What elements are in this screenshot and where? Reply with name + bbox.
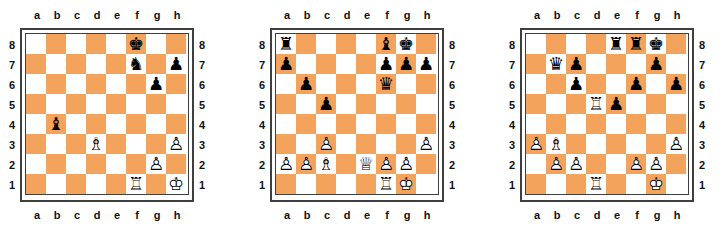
square-f5 <box>626 94 646 114</box>
square-c4 <box>66 114 86 134</box>
file-label-c: c <box>67 9 87 21</box>
square-a5 <box>526 94 546 114</box>
file-label-b: b <box>297 209 317 221</box>
chess-diagram-2: abcdefgh 87654321 ♜♝♚♟♟♟♟♟♛♟♟♙♟♙♟♙♟♙♝♗♛♕… <box>254 2 460 228</box>
rank-label-8: 8 <box>254 39 270 51</box>
file-label-b: b <box>47 209 67 221</box>
square-a6 <box>26 74 46 94</box>
square-d8 <box>586 34 606 54</box>
square-b2: ♟♙ <box>296 154 316 174</box>
square-d5: ♜♖ <box>586 94 606 114</box>
square-c8 <box>316 34 336 54</box>
square-f6: ♟ <box>626 74 646 94</box>
rank-label-3: 3 <box>694 139 710 151</box>
file-label-h: h <box>167 9 187 21</box>
file-label-a: a <box>27 9 47 21</box>
rank-labels-right: 87654321 <box>444 28 460 202</box>
white-king: ♚♔ <box>166 174 186 194</box>
square-e2: ♛♕ <box>356 154 376 174</box>
square-a7 <box>26 54 46 74</box>
square-b5 <box>46 94 66 114</box>
file-label-h: h <box>667 9 687 21</box>
square-f1: ♜♖ <box>126 174 146 194</box>
square-g4 <box>146 114 166 134</box>
square-h1: ♚♔ <box>166 174 186 194</box>
rank-label-6: 6 <box>194 79 210 91</box>
black-rook: ♜ <box>626 34 646 54</box>
file-label-f: f <box>127 9 147 21</box>
square-g1: ♚♔ <box>646 174 666 194</box>
rank-label-1: 1 <box>4 179 20 191</box>
square-b3 <box>296 134 316 154</box>
square-c4 <box>316 114 336 134</box>
file-label-a: a <box>527 209 547 221</box>
square-e1 <box>356 174 376 194</box>
square-c1 <box>316 174 336 194</box>
rank-labels-left: 87654321 <box>504 28 520 202</box>
rank-label-4: 4 <box>4 119 20 131</box>
square-c8 <box>566 34 586 54</box>
square-d4 <box>86 114 106 134</box>
rank-label-3: 3 <box>444 139 460 151</box>
square-c1 <box>566 174 586 194</box>
rank-label-3: 3 <box>194 139 210 151</box>
square-e2 <box>606 154 626 174</box>
square-e5 <box>356 94 376 114</box>
square-a2 <box>26 154 46 174</box>
square-f4 <box>376 114 396 134</box>
rank-label-7: 7 <box>694 59 710 71</box>
rank-label-3: 3 <box>4 139 20 151</box>
square-e8: ♜ <box>606 34 626 54</box>
square-f7 <box>626 54 646 74</box>
white-pawn: ♟♙ <box>316 134 336 154</box>
file-label-f: f <box>377 209 397 221</box>
square-b3: ♝♗ <box>546 134 566 154</box>
square-h1 <box>666 174 686 194</box>
square-d2 <box>336 154 356 174</box>
black-rook: ♜ <box>276 34 296 54</box>
square-f7: ♟ <box>376 54 396 74</box>
black-pawn: ♟ <box>276 54 296 74</box>
file-label-d: d <box>587 9 607 21</box>
white-rook: ♜♖ <box>586 94 606 114</box>
file-label-f: f <box>627 9 647 21</box>
square-h2 <box>166 154 186 174</box>
black-pawn: ♟ <box>416 54 436 74</box>
square-e4 <box>106 114 126 134</box>
file-label-h: h <box>167 209 187 221</box>
square-e7 <box>606 54 626 74</box>
black-pawn: ♟ <box>566 54 586 74</box>
rank-label-1: 1 <box>254 179 270 191</box>
rank-label-8: 8 <box>694 39 710 51</box>
square-c8 <box>66 34 86 54</box>
square-g2: ♟♙ <box>146 154 166 174</box>
square-b6: ♟ <box>296 74 316 94</box>
square-f8: ♝ <box>376 34 396 54</box>
white-pawn: ♟♙ <box>526 134 546 154</box>
square-h4 <box>166 114 186 134</box>
square-e3 <box>356 134 376 154</box>
square-c6 <box>316 74 336 94</box>
rank-label-2: 2 <box>694 159 710 171</box>
rank-labels-right: 87654321 <box>194 28 210 202</box>
file-label-a: a <box>527 9 547 21</box>
square-c5 <box>66 94 86 114</box>
square-g7: ♟ <box>396 54 416 74</box>
black-bishop: ♝ <box>46 114 66 134</box>
square-d1 <box>86 174 106 194</box>
square-f7: ♞ <box>126 54 146 74</box>
chess-board: ♚♞♟♟♝♝♗♟♙♟♙♜♖♚♔ <box>20 28 194 202</box>
black-king: ♚ <box>646 34 666 54</box>
square-c3: ♟♙ <box>316 134 336 154</box>
square-g7: ♟ <box>646 54 666 74</box>
rank-label-7: 7 <box>444 59 460 71</box>
rank-label-4: 4 <box>694 119 710 131</box>
square-c2 <box>66 154 86 174</box>
square-c5 <box>566 94 586 114</box>
square-d1: ♜♖ <box>586 174 606 194</box>
square-h1 <box>416 174 436 194</box>
board-grid: ♜♜♚♛♟♟♟♟♟♜♖♟♟♙♝♗♟♙♟♙♟♙♟♙♟♙♜♖♚♔ <box>525 33 689 195</box>
file-label-g: g <box>147 209 167 221</box>
file-label-h: h <box>667 209 687 221</box>
rank-label-7: 7 <box>504 59 520 71</box>
square-h6 <box>416 74 436 94</box>
rank-labels-left: 87654321 <box>254 28 270 202</box>
rank-label-5: 5 <box>444 99 460 111</box>
square-d5 <box>86 94 106 114</box>
square-h7: ♟ <box>416 54 436 74</box>
black-pawn: ♟ <box>646 54 666 74</box>
rank-label-8: 8 <box>4 39 20 51</box>
file-labels-bottom: abcdefgh <box>520 202 694 228</box>
square-f3 <box>376 134 396 154</box>
square-a8 <box>526 34 546 54</box>
file-label-c: c <box>567 9 587 21</box>
square-f8: ♜ <box>626 34 646 54</box>
file-label-h: h <box>417 9 437 21</box>
square-h5 <box>166 94 186 114</box>
square-f4 <box>126 114 146 134</box>
square-g7 <box>146 54 166 74</box>
rank-label-3: 3 <box>254 139 270 151</box>
page: abcdefgh 87654321 ♚♞♟♟♝♝♗♟♙♟♙♜♖♚♔ 876543… <box>0 0 726 234</box>
square-c5: ♟ <box>316 94 336 114</box>
rank-label-2: 2 <box>254 159 270 171</box>
square-a3 <box>276 134 296 154</box>
white-bishop: ♝♗ <box>316 154 336 174</box>
white-pawn: ♟♙ <box>646 154 666 174</box>
square-h2 <box>416 154 436 174</box>
white-pawn: ♟♙ <box>546 154 566 174</box>
white-rook: ♜♖ <box>586 174 606 194</box>
rank-label-1: 1 <box>444 179 460 191</box>
square-h6 <box>166 74 186 94</box>
white-pawn: ♟♙ <box>396 154 416 174</box>
rank-label-6: 6 <box>694 79 710 91</box>
chess-board: ♜♜♚♛♟♟♟♟♟♜♖♟♟♙♝♗♟♙♟♙♟♙♟♙♟♙♜♖♚♔ <box>520 28 694 202</box>
white-rook: ♜♖ <box>126 174 146 194</box>
file-label-f: f <box>377 9 397 21</box>
white-pawn: ♟♙ <box>146 154 166 174</box>
square-e1 <box>106 174 126 194</box>
black-pawn: ♟ <box>376 54 396 74</box>
white-pawn: ♟♙ <box>566 154 586 174</box>
square-d3 <box>586 134 606 154</box>
square-g5 <box>646 94 666 114</box>
file-label-a: a <box>277 9 297 21</box>
square-a6 <box>276 74 296 94</box>
square-d4 <box>336 114 356 134</box>
square-c7: ♟ <box>566 54 586 74</box>
square-b2: ♟♙ <box>546 154 566 174</box>
square-d5 <box>336 94 356 114</box>
square-e5: ♟ <box>606 94 626 114</box>
square-g3 <box>646 134 666 154</box>
file-label-c: c <box>567 209 587 221</box>
black-king: ♚ <box>396 34 416 54</box>
square-f1: ♜♖ <box>376 174 396 194</box>
white-pawn: ♟♙ <box>376 154 396 174</box>
square-d7 <box>586 54 606 74</box>
black-pawn: ♟ <box>146 74 166 94</box>
square-g1: ♚♔ <box>396 174 416 194</box>
square-b3 <box>46 134 66 154</box>
square-c1 <box>66 174 86 194</box>
rank-label-3: 3 <box>504 139 520 151</box>
square-a4 <box>26 114 46 134</box>
square-c7 <box>66 54 86 74</box>
square-h7 <box>666 54 686 74</box>
square-h7: ♟ <box>166 54 186 74</box>
square-b8 <box>296 34 316 54</box>
square-b1 <box>46 174 66 194</box>
square-f1 <box>626 174 646 194</box>
black-bishop: ♝ <box>376 34 396 54</box>
rank-labels-left: 87654321 <box>4 28 20 202</box>
square-b4: ♝ <box>46 114 66 134</box>
rank-label-6: 6 <box>504 79 520 91</box>
white-king: ♚♔ <box>646 174 666 194</box>
square-g8: ♚ <box>646 34 666 54</box>
file-label-e: e <box>607 209 627 221</box>
black-queen: ♛ <box>376 74 396 94</box>
white-pawn: ♟♙ <box>166 134 186 154</box>
square-h3: ♟♙ <box>166 134 186 154</box>
white-pawn: ♟♙ <box>276 154 296 174</box>
square-b2 <box>46 154 66 174</box>
rank-label-6: 6 <box>444 79 460 91</box>
square-b4 <box>546 114 566 134</box>
square-f3 <box>126 134 146 154</box>
square-e3 <box>106 134 126 154</box>
black-queen: ♛ <box>546 54 566 74</box>
square-e8 <box>106 34 126 54</box>
square-g1 <box>146 174 166 194</box>
square-f2 <box>126 154 146 174</box>
square-b1 <box>296 174 316 194</box>
square-h4 <box>666 114 686 134</box>
file-label-d: d <box>87 209 107 221</box>
square-e1 <box>606 174 626 194</box>
file-label-e: e <box>607 9 627 21</box>
square-e3 <box>606 134 626 154</box>
black-pawn: ♟ <box>666 74 686 94</box>
square-a7 <box>526 54 546 74</box>
file-label-f: f <box>627 209 647 221</box>
square-g3 <box>396 134 416 154</box>
square-b6 <box>46 74 66 94</box>
square-e6 <box>356 74 376 94</box>
square-h3: ♟♙ <box>416 134 436 154</box>
rank-label-5: 5 <box>4 99 20 111</box>
square-g8 <box>146 34 166 54</box>
file-labels-top: abcdefgh <box>520 2 694 28</box>
white-king: ♚♔ <box>396 174 416 194</box>
square-f2: ♟♙ <box>376 154 396 174</box>
file-label-e: e <box>357 9 377 21</box>
black-pawn: ♟ <box>566 74 586 94</box>
rank-label-6: 6 <box>254 79 270 91</box>
chess-diagram-1: abcdefgh 87654321 ♚♞♟♟♝♝♗♟♙♟♙♜♖♚♔ 876543… <box>4 2 210 228</box>
square-b4 <box>296 114 316 134</box>
square-c2: ♝♗ <box>316 154 336 174</box>
square-h8 <box>166 34 186 54</box>
square-g4 <box>646 114 666 134</box>
chess-diagram-3: abcdefgh 87654321 ♜♜♚♛♟♟♟♟♟♜♖♟♟♙♝♗♟♙♟♙♟♙… <box>504 2 710 228</box>
file-label-g: g <box>647 9 667 21</box>
square-h4 <box>416 114 436 134</box>
file-label-b: b <box>547 9 567 21</box>
square-g8: ♚ <box>396 34 416 54</box>
square-d6 <box>336 74 356 94</box>
square-a6 <box>526 74 546 94</box>
square-b5 <box>546 94 566 114</box>
black-pawn: ♟ <box>316 94 336 114</box>
black-pawn: ♟ <box>296 74 316 94</box>
file-label-a: a <box>27 209 47 221</box>
square-a2 <box>526 154 546 174</box>
rank-label-1: 1 <box>694 179 710 191</box>
rank-label-8: 8 <box>504 39 520 51</box>
square-h5 <box>666 94 686 114</box>
rank-label-4: 4 <box>194 119 210 131</box>
square-c2: ♟♙ <box>566 154 586 174</box>
square-e5 <box>106 94 126 114</box>
file-label-c: c <box>317 9 337 21</box>
square-f5 <box>376 94 396 114</box>
square-b7 <box>296 54 316 74</box>
file-label-g: g <box>397 209 417 221</box>
square-d1 <box>336 174 356 194</box>
file-label-g: g <box>397 9 417 21</box>
square-g5 <box>146 94 166 114</box>
file-labels-top: abcdefgh <box>20 2 194 28</box>
square-e4 <box>606 114 626 134</box>
rank-label-5: 5 <box>504 99 520 111</box>
black-knight: ♞ <box>126 54 146 74</box>
rank-label-4: 4 <box>504 119 520 131</box>
file-label-b: b <box>297 9 317 21</box>
square-h8 <box>416 34 436 54</box>
square-c7 <box>316 54 336 74</box>
black-pawn: ♟ <box>396 54 416 74</box>
rank-label-7: 7 <box>194 59 210 71</box>
square-h6: ♟ <box>666 74 686 94</box>
rank-label-2: 2 <box>194 159 210 171</box>
white-queen: ♛♕ <box>356 154 376 174</box>
square-c3 <box>566 134 586 154</box>
square-d3 <box>336 134 356 154</box>
file-label-g: g <box>647 209 667 221</box>
square-b1 <box>546 174 566 194</box>
white-bishop: ♝♗ <box>546 134 566 154</box>
square-a1 <box>276 174 296 194</box>
square-d4 <box>586 114 606 134</box>
square-f2: ♟♙ <box>626 154 646 174</box>
rank-label-7: 7 <box>254 59 270 71</box>
square-c4 <box>566 114 586 134</box>
square-d8 <box>86 34 106 54</box>
square-h5 <box>416 94 436 114</box>
file-label-a: a <box>277 209 297 221</box>
rank-label-5: 5 <box>194 99 210 111</box>
square-g4 <box>396 114 416 134</box>
square-f3 <box>626 134 646 154</box>
square-d7 <box>86 54 106 74</box>
black-pawn: ♟ <box>606 94 626 114</box>
square-b6 <box>546 74 566 94</box>
file-label-d: d <box>337 209 357 221</box>
file-labels-top: abcdefgh <box>270 2 444 28</box>
square-a8 <box>26 34 46 54</box>
rank-label-1: 1 <box>194 179 210 191</box>
square-e7 <box>356 54 376 74</box>
square-h8 <box>666 34 686 54</box>
square-f5 <box>126 94 146 114</box>
rank-label-1: 1 <box>504 179 520 191</box>
black-pawn: ♟ <box>626 74 646 94</box>
square-b7 <box>46 54 66 74</box>
square-h2 <box>666 154 686 174</box>
square-f6: ♛ <box>376 74 396 94</box>
square-c3 <box>66 134 86 154</box>
file-label-e: e <box>107 209 127 221</box>
square-e6 <box>106 74 126 94</box>
file-label-b: b <box>47 9 67 21</box>
black-pawn: ♟ <box>166 54 186 74</box>
square-h3: ♟♙ <box>666 134 686 154</box>
file-label-d: d <box>587 209 607 221</box>
square-d2 <box>586 154 606 174</box>
rank-label-2: 2 <box>504 159 520 171</box>
square-d6 <box>586 74 606 94</box>
rank-label-4: 4 <box>254 119 270 131</box>
square-a2: ♟♙ <box>276 154 296 174</box>
square-e2 <box>106 154 126 174</box>
file-label-b: b <box>547 209 567 221</box>
square-b7: ♛ <box>546 54 566 74</box>
square-a3 <box>26 134 46 154</box>
rank-label-5: 5 <box>254 99 270 111</box>
square-g2: ♟♙ <box>646 154 666 174</box>
rank-label-7: 7 <box>4 59 20 71</box>
square-a1 <box>526 174 546 194</box>
square-g6 <box>396 74 416 94</box>
